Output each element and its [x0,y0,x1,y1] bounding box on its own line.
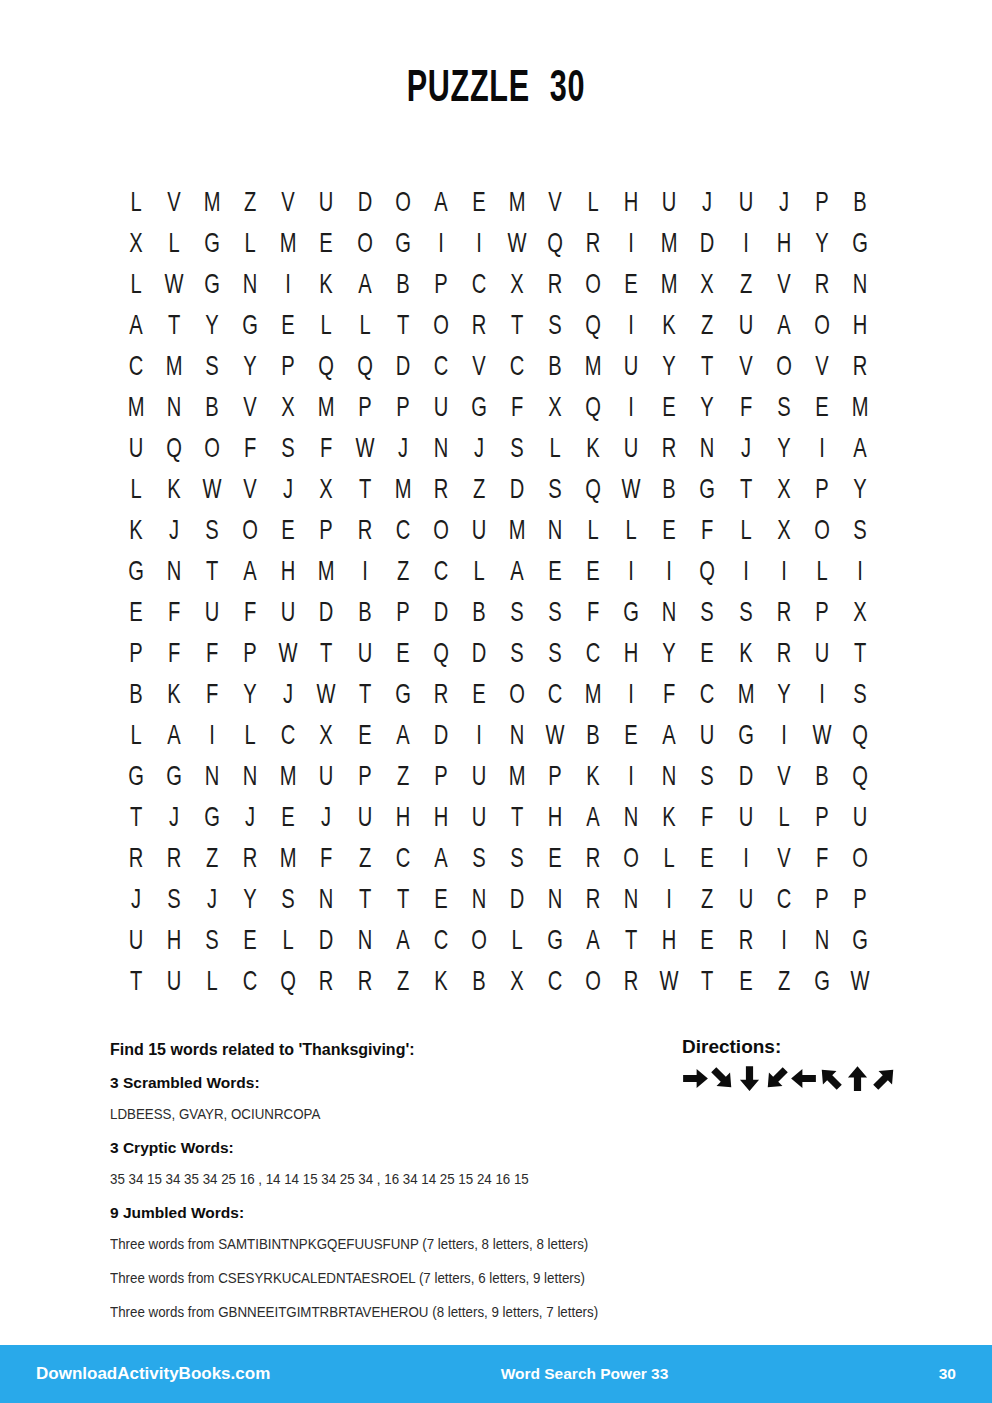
grid-cell: L [199,960,226,1001]
grid-cell: N [465,878,492,919]
grid-cell: I [770,919,797,960]
grid-cell: S [541,632,568,673]
grid-cell: Z [389,755,416,796]
grid-cell: E [694,919,721,960]
grid-cell: J [160,509,187,550]
grid-cell: U [199,591,226,632]
grid-cell: C [237,960,264,1001]
grid-cell: S [503,591,530,632]
grid-cell: N [808,919,835,960]
grid-cell: K [656,796,683,837]
grid-cell: P [808,796,835,837]
grid-cell: A [427,181,454,222]
grid-cell: O [770,345,797,386]
grid-cell: M [503,755,530,796]
grid-cell: F [160,632,187,673]
grid-cell: H [541,796,568,837]
grid-cell: R [580,878,607,919]
grid-cell: B [846,181,873,222]
grid-cell: L [580,509,607,550]
grid-cell: E [275,304,302,345]
grid-cell: X [313,468,340,509]
grid-cell: M [389,468,416,509]
grid-cell: S [199,509,226,550]
grid-cell: Z [732,263,759,304]
grid-cell: M [503,181,530,222]
grid-cell: D [313,919,340,960]
grid-cell: N [541,509,568,550]
grid-cell: M [313,550,340,591]
grid-cell: N [237,755,264,796]
grid-cell: E [465,673,492,714]
grid-cell: P [427,755,454,796]
grid-cell: W [313,673,340,714]
grid-cell: U [465,755,492,796]
grid-cell: F [580,591,607,632]
grid-cell: V [770,755,797,796]
footer-book-title: Word Search Power 33 [270,1365,938,1383]
grid-cell: I [732,550,759,591]
grid-cell: R [541,263,568,304]
grid-cell: G [541,919,568,960]
grid-cell: T [389,304,416,345]
grid-cell: N [541,878,568,919]
grid-cell: L [313,304,340,345]
grid-cell: M [656,263,683,304]
grid-cell: F [694,509,721,550]
grid-cell: T [732,468,759,509]
grid-cell: C [580,632,607,673]
grid-cell: O [846,837,873,878]
grid-cell: J [275,468,302,509]
grid-cell: O [427,509,454,550]
grid-cell: U [122,427,149,468]
grid-cell: D [313,591,340,632]
page-title: PUZZLE 30 [159,60,834,112]
grid-cell: M [275,222,302,263]
grid-cell: E [237,919,264,960]
grid-cell: R [122,837,149,878]
grid-cell: F [732,386,759,427]
grid-cell: T [503,304,530,345]
grid-cell: U [313,181,340,222]
grid-cell: Y [237,345,264,386]
grid-cell: Q [351,345,378,386]
grid-cell: B [465,960,492,1001]
grid-cell: C [389,509,416,550]
grid-cell: S [275,427,302,468]
grid-cell: B [389,263,416,304]
grid-cell: I [808,673,835,714]
grid-cell: Q [541,222,568,263]
grid-cell: C [427,919,454,960]
grid-cell: I [427,222,454,263]
grid-cell: M [160,345,187,386]
grid-cell: R [770,591,797,632]
grid-cell: C [541,960,568,1001]
grid-cell: J [199,878,226,919]
grid-cell: R [351,509,378,550]
grid-cell: N [846,263,873,304]
grid-cell: L [465,550,492,591]
grid-cell: G [199,222,226,263]
grid-cell: A [580,796,607,837]
grid-cell: E [694,837,721,878]
grid-cell: E [275,509,302,550]
grid-cell: A [122,304,149,345]
grid-cell: T [389,878,416,919]
grid-cell: D [427,714,454,755]
grid-cell: I [770,550,797,591]
grid-cell: P [389,386,416,427]
grid-cell: U [351,632,378,673]
grid-cell: F [237,427,264,468]
grid-cell: H [160,919,187,960]
grid-cell: W [656,960,683,1001]
grid-cell: N [313,878,340,919]
grid-cell: L [580,181,607,222]
grid-cell: E [389,632,416,673]
grid-cell: H [427,796,454,837]
grid-cell: I [465,222,492,263]
grid-cell: E [618,714,645,755]
grid-cell: P [808,468,835,509]
grid-cell: L [656,837,683,878]
grid-cell: B [465,591,492,632]
grid-cell: S [770,386,797,427]
grid-cell: V [732,345,759,386]
word-grid: LVMZVUDOAEMVLHUJUJPBXLGLMEOGIIWQRIMDIHYG… [117,181,879,1001]
grid-cell: Y [237,673,264,714]
grid-cell: J [389,427,416,468]
grid-cell: X [770,509,797,550]
grid-cell: I [618,304,645,345]
grid-cell: X [122,222,149,263]
grid-cell: G [846,919,873,960]
grid-cell: N [160,550,187,591]
grid-cell: D [351,181,378,222]
grid-cell: Q [846,714,873,755]
grid-cell: R [732,919,759,960]
grid-cell: D [732,755,759,796]
grid-cell: R [580,837,607,878]
grid-cell: F [313,427,340,468]
grid-cell: E [275,796,302,837]
grid-cell: V [808,345,835,386]
grid-cell: L [237,222,264,263]
grid-cell: H [846,304,873,345]
grid-cell: B [656,468,683,509]
grid-cell: E [808,386,835,427]
grid-cell: W [846,960,873,1001]
grid-cell: Z [694,878,721,919]
grid-cell: S [503,632,530,673]
footer-site: DownloadActivityBooks.com [36,1364,270,1384]
grid-cell: P [808,878,835,919]
grid-cell: P [808,591,835,632]
grid-cell: G [694,468,721,509]
grid-cell: Q [160,427,187,468]
grid-cell: B [541,345,568,386]
grid-cell: I [808,427,835,468]
grid-cell: V [160,181,187,222]
grid-cell: V [770,263,797,304]
grid-cell: I [351,550,378,591]
grid-cell: F [199,632,226,673]
grid-cell: M [580,673,607,714]
grid-cell: U [656,181,683,222]
grid-cell: J [237,796,264,837]
grid-cell: T [199,550,226,591]
clue-section-heading: 9 Jumbled Words: [110,1204,685,1222]
grid-cell: G [122,755,149,796]
grid-cell: O [465,919,492,960]
grid-cell: T [351,673,378,714]
grid-cell: L [122,263,149,304]
grid-cell: I [846,550,873,591]
grid-cell: G [732,714,759,755]
footer-page-number: 30 [939,1365,956,1383]
grid-cell: I [732,837,759,878]
grid-cell: W [160,263,187,304]
grid-cell: X [313,714,340,755]
grid-cell: G [618,591,645,632]
grid-cell: V [275,181,302,222]
grid-cell: U [465,796,492,837]
grid-cell: A [351,263,378,304]
grid-cell: G [389,222,416,263]
grid-cell: O [389,181,416,222]
grid-cell: L [122,181,149,222]
grid-cell: S [541,468,568,509]
grid-cell: L [160,222,187,263]
grid-cell: R [237,837,264,878]
grid-cell: Q [313,345,340,386]
grid-cell: P [846,878,873,919]
grid-cell: R [770,632,797,673]
grid-cell: I [770,714,797,755]
grid-cell: C [770,878,797,919]
grid-cell: U [732,181,759,222]
grid-cell: S [275,878,302,919]
grid-cell: J [694,181,721,222]
clue-line: Three words from SAMTIBINTNPKGQEFUUSFUNP… [110,1235,605,1253]
grid-cell: Y [808,222,835,263]
grid-cell: T [694,960,721,1001]
grid-cell: I [465,714,492,755]
grid-cell: Y [237,878,264,919]
grid-cell: B [580,714,607,755]
grid-cell: N [503,714,530,755]
grid-cell: E [618,263,645,304]
grid-cell: P [351,755,378,796]
grid-cell: S [694,755,721,796]
grid-cell: U [275,591,302,632]
grid-cell: R [427,468,454,509]
grid-cell: Z [351,837,378,878]
grid-cell: E [732,960,759,1001]
grid-cell: A [770,304,797,345]
grid-cell: M [732,673,759,714]
grid-cell: M [199,181,226,222]
grid-cell: R [465,304,492,345]
grid-cell: P [237,632,264,673]
grid-cell: D [503,468,530,509]
grid-cell: H [656,919,683,960]
footer-bar: DownloadActivityBooks.com Word Search Po… [0,1345,992,1403]
grid-cell: R [313,960,340,1001]
grid-cell: E [656,386,683,427]
grid-cell: A [580,919,607,960]
grid-cell: N [199,755,226,796]
grid-cell: C [122,345,149,386]
grid-cell: R [427,673,454,714]
grid-cell: D [694,222,721,263]
grid-cell: U [808,632,835,673]
grid-cell: Z [465,468,492,509]
grid-cell: Y [694,386,721,427]
grid-cell: W [618,468,645,509]
grid-cell: Y [770,427,797,468]
grid-cell: W [808,714,835,755]
grid-cell: S [465,837,492,878]
grid-cell: T [160,304,187,345]
grid-cell: V [237,386,264,427]
grid-cell: A [160,714,187,755]
grid-cell: R [351,960,378,1001]
grid-cell: A [427,837,454,878]
grid-cell: C [427,345,454,386]
grid-cell: A [389,919,416,960]
grid-cell: H [275,550,302,591]
grid-cell: U [618,427,645,468]
arrow-up-right-icon [865,1059,903,1097]
grid-cell: Y [770,673,797,714]
grid-cell: X [503,960,530,1001]
grid-cell: L [541,427,568,468]
grid-cell: W [503,222,530,263]
grid-cell: I [656,878,683,919]
grid-cell: D [427,591,454,632]
grid-cell: E [541,550,568,591]
grid-cell: L [122,714,149,755]
grid-cell: M [656,222,683,263]
grid-cell: N [160,386,187,427]
grid-cell: J [160,796,187,837]
grid-cell: S [694,591,721,632]
grid-cell: E [580,550,607,591]
grid-cell: B [122,673,149,714]
grid-cell: O [503,673,530,714]
grid-cell: Y [199,304,226,345]
grid-cell: P [389,591,416,632]
clues-block: Find 15 words related to 'Thanksgiving':… [110,1041,685,1337]
grid-cell: E [541,837,568,878]
grid-cell: M [580,345,607,386]
grid-cell: C [427,550,454,591]
grid-cell: A [656,714,683,755]
grid-cell: U [732,304,759,345]
grid-cell: L [351,304,378,345]
grid-cell: J [770,181,797,222]
grid-cell: S [199,345,226,386]
grid-cell: Q [580,386,607,427]
grid-cell: I [618,755,645,796]
grid-cell: X [503,263,530,304]
grid-cell: X [770,468,797,509]
grid-cell: E [351,714,378,755]
grid-cell: T [351,468,378,509]
grid-cell: P [808,181,835,222]
grid-cell: K [160,673,187,714]
grid-cell: O [351,222,378,263]
grid-cell: R [618,960,645,1001]
clue-line: LDBEESS, GVAYR, OCIUNRCOPA [110,1105,605,1123]
grid-cell: J [275,673,302,714]
grid-cell: C [389,837,416,878]
grid-cell: Y [656,632,683,673]
grid-cell: F [199,673,226,714]
grid-cell: U [732,878,759,919]
grid-cell: G [808,960,835,1001]
grid-cell: T [351,878,378,919]
grid-cell: L [503,919,530,960]
grid-cell: H [770,222,797,263]
grid-cell: Y [656,345,683,386]
grid-cell: C [694,673,721,714]
clue-section-heading: 3 Cryptic Words: [110,1139,685,1157]
grid-cell: O [808,304,835,345]
grid-cell: F [808,837,835,878]
grid-cell: N [427,427,454,468]
grid-cell: K [122,509,149,550]
grid-cell: R [808,263,835,304]
grid-cell: U [618,345,645,386]
grid-cell: P [427,263,454,304]
grid-cell: P [541,755,568,796]
grid-cell: K [160,468,187,509]
grid-cell: G [199,796,226,837]
grid-cell: B [808,755,835,796]
grid-cell: Y [846,468,873,509]
grid-cell: W [351,427,378,468]
grid-cell: G [389,673,416,714]
grid-cell: G [122,550,149,591]
grid-cell: I [656,550,683,591]
grid-cell: U [160,960,187,1001]
grid-cell: V [541,181,568,222]
grid-cell: M [503,509,530,550]
grid-cell: T [503,796,530,837]
grid-cell: L [237,714,264,755]
grid-cell: F [503,386,530,427]
grid-cell: N [656,591,683,632]
grid-cell: R [846,345,873,386]
clue-sections: 3 Scrambled Words:LDBEESS, GVAYR, OCIUNR… [110,1074,685,1321]
grid-cell: I [275,263,302,304]
grid-cell: Q [846,755,873,796]
grid-cell: L [275,919,302,960]
grid-cell: G [846,222,873,263]
directions-block: Directions: [682,1036,898,1092]
grid-cell: C [275,714,302,755]
grid-cell: S [732,591,759,632]
grid-cell: G [160,755,187,796]
grid-cell: M [122,386,149,427]
clue-line: Three words from GBNNEEITGIMTRBRTAVEHERO… [110,1303,605,1321]
grid-cell: K [580,427,607,468]
grid-cell: P [351,386,378,427]
